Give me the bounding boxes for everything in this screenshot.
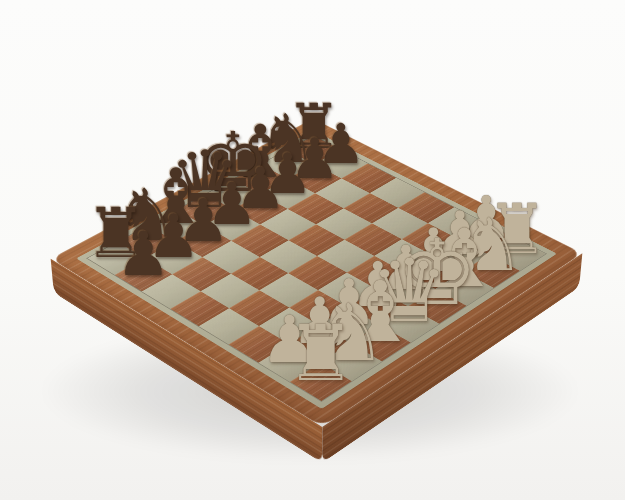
square-a5[interactable] (170, 291, 229, 326)
piece-black-pawn-a7[interactable]: ♟ (107, 223, 180, 284)
piece-white-rook-a1[interactable]: ♜ (275, 315, 367, 392)
scene: ♜♞♝♛♚♝♞♜♟♟♟♟♟♟♟♟♟♟♟♟♟♟♟♟♜♞♝♛♚♝♞♜ (0, 0, 625, 500)
square-c5[interactable] (231, 257, 289, 291)
square-b5[interactable] (201, 273, 260, 307)
